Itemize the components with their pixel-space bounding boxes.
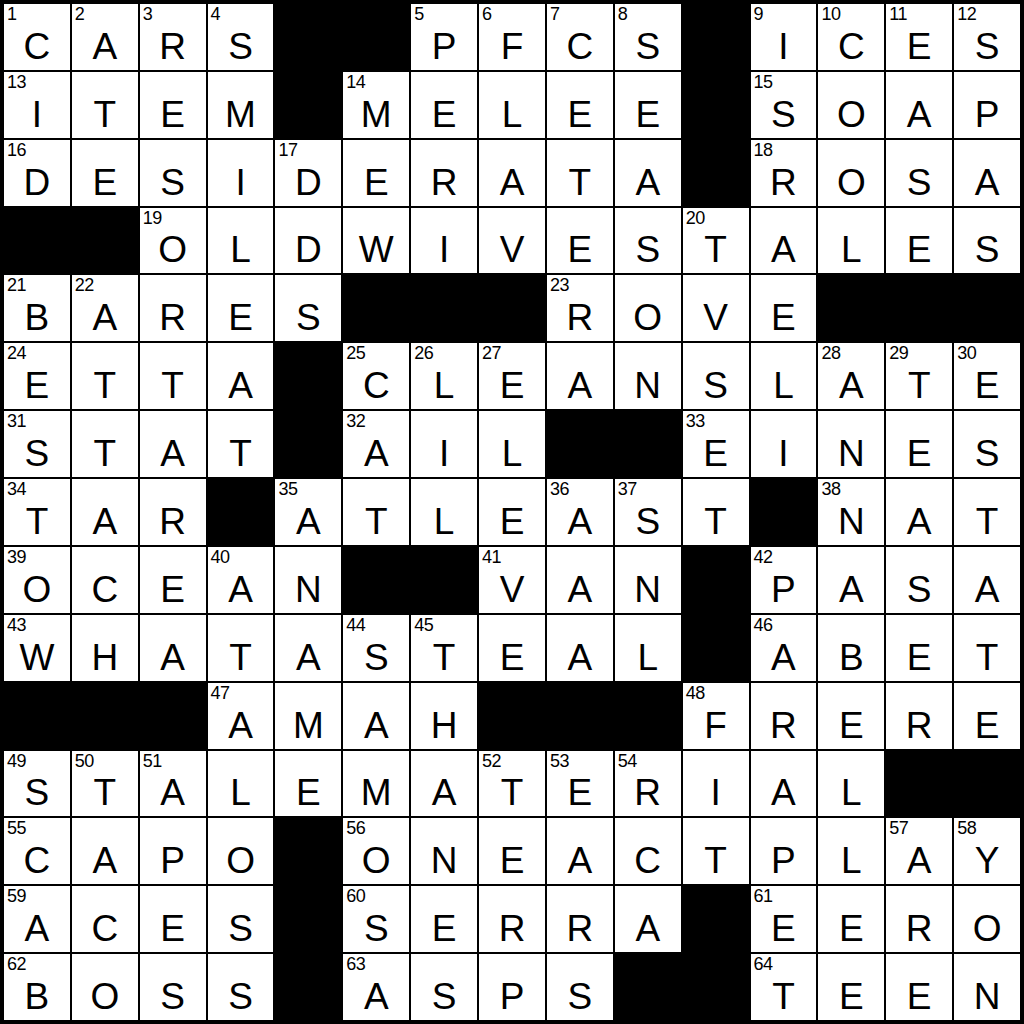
cell-r9c3[interactable]: E	[140, 547, 206, 613]
cell-r11c4[interactable]: 47A	[208, 683, 274, 749]
cell-letter: E	[140, 910, 206, 947]
clue-number: 18	[754, 141, 773, 161]
cell-r11c11[interactable]: 48F	[683, 683, 749, 749]
cell-letter: A	[886, 842, 952, 879]
cell-r8c9[interactable]: 36A	[547, 479, 613, 545]
cell-r9c4[interactable]: 40A	[208, 547, 274, 613]
clue-number: 47	[211, 684, 230, 704]
clue-number: 23	[550, 276, 569, 296]
cell-r15c3[interactable]: S	[140, 954, 206, 1020]
cell-r9c2[interactable]: C	[72, 547, 138, 613]
cell-letter: C	[72, 910, 138, 947]
cell-r6c3[interactable]: T	[140, 343, 206, 409]
black-square	[479, 683, 545, 749]
cell-r10c15[interactable]: T	[954, 615, 1020, 681]
cell-letter: I	[751, 28, 817, 65]
cell-r8c3[interactable]: R	[140, 479, 206, 545]
cell-r4c8[interactable]: V	[479, 208, 545, 274]
cell-r15c1[interactable]: 62B	[4, 954, 70, 1020]
cell-r14c2[interactable]: C	[72, 886, 138, 952]
cell-r4c12[interactable]: A	[751, 208, 817, 274]
cell-r9c5[interactable]: N	[275, 547, 341, 613]
cell-r13c2[interactable]: A	[72, 818, 138, 884]
cell-r9c10[interactable]: N	[615, 547, 681, 613]
cell-letter: T	[954, 503, 1020, 540]
cell-letter: A	[343, 435, 409, 472]
cell-r2c9[interactable]: E	[547, 72, 613, 138]
cell-letter: A	[208, 571, 274, 608]
cell-letter: E	[751, 299, 817, 336]
cell-letter: V	[683, 299, 749, 336]
cell-r11c15[interactable]: E	[954, 683, 1020, 749]
cell-letter: L	[818, 842, 884, 879]
cell-r12c12[interactable]: A	[751, 751, 817, 817]
cell-r14c1[interactable]: 59A	[4, 886, 70, 952]
cell-r13c15[interactable]: 58Y	[954, 818, 1020, 884]
cell-r15c15[interactable]: N	[954, 954, 1020, 1020]
cell-r14c14[interactable]: R	[886, 886, 952, 952]
clue-number: 52	[482, 752, 501, 772]
cell-r6c9[interactable]: A	[547, 343, 613, 409]
cell-letter: V	[479, 571, 545, 608]
cell-r7c7[interactable]: I	[411, 411, 477, 477]
cell-letter: E	[818, 910, 884, 947]
cell-letter: E	[275, 774, 341, 811]
cell-letter: W	[4, 639, 70, 676]
clue-number: 59	[7, 887, 26, 907]
cell-r8c6[interactable]: T	[343, 479, 409, 545]
black-square	[954, 751, 1020, 817]
cell-r12c2[interactable]: 50T	[72, 751, 138, 817]
cell-r6c14[interactable]: 29T	[886, 343, 952, 409]
clue-number: 41	[482, 548, 501, 568]
clue-number: 64	[754, 955, 773, 975]
cell-letter: P	[140, 842, 206, 879]
cell-letter: S	[411, 978, 477, 1015]
clue-number: 48	[686, 684, 705, 704]
cell-r9c1[interactable]: 39O	[4, 547, 70, 613]
cell-r3c4[interactable]: I	[208, 140, 274, 206]
cell-letter: L	[615, 639, 681, 676]
cell-r10c4[interactable]: T	[208, 615, 274, 681]
cell-letter: R	[547, 910, 613, 947]
cell-r7c13[interactable]: N	[818, 411, 884, 477]
cell-r6c6[interactable]: 25C	[343, 343, 409, 409]
cell-letter: R	[886, 707, 952, 744]
cell-r12c11[interactable]: I	[683, 751, 749, 817]
cell-r3c13[interactable]: O	[818, 140, 884, 206]
cell-r1c1[interactable]: 1C	[4, 4, 70, 70]
clue-number: 32	[346, 412, 365, 432]
cell-r2c7[interactable]: E	[411, 72, 477, 138]
cell-r12c3[interactable]: 51A	[140, 751, 206, 817]
cell-letter: E	[140, 571, 206, 608]
cell-r7c15[interactable]: S	[954, 411, 1020, 477]
cell-letter: H	[411, 707, 477, 744]
cell-r1c10[interactable]: 8S	[615, 4, 681, 70]
cell-letter: T	[683, 842, 749, 879]
cell-r11c7[interactable]: H	[411, 683, 477, 749]
cell-r1c3[interactable]: 3R	[140, 4, 206, 70]
cell-letter: A	[4, 910, 70, 947]
cell-r3c10[interactable]: A	[615, 140, 681, 206]
black-square	[683, 4, 749, 70]
cell-r10c1[interactable]: 43W	[4, 615, 70, 681]
cell-letter: I	[4, 96, 70, 133]
cell-r2c2[interactable]: T	[72, 72, 138, 138]
clue-number: 16	[7, 141, 26, 161]
cell-r13c11[interactable]: T	[683, 818, 749, 884]
cell-r5c3[interactable]: R	[140, 275, 206, 341]
cell-r12c7[interactable]: A	[411, 751, 477, 817]
cell-r5c1[interactable]: 21B	[4, 275, 70, 341]
cell-r4c6[interactable]: W	[343, 208, 409, 274]
cell-letter: E	[886, 639, 952, 676]
cell-r8c15[interactable]: T	[954, 479, 1020, 545]
cell-letter: R	[751, 164, 817, 201]
cell-r2c3[interactable]: E	[140, 72, 206, 138]
cell-letter: C	[343, 367, 409, 404]
cell-r1c14[interactable]: 11E	[886, 4, 952, 70]
cell-r6c2[interactable]: T	[72, 343, 138, 409]
black-square	[275, 4, 341, 70]
cell-r13c4[interactable]: O	[208, 818, 274, 884]
cell-r14c3[interactable]: E	[140, 886, 206, 952]
cell-r3c15[interactable]: A	[954, 140, 1020, 206]
cell-r1c15[interactable]: 12S	[954, 4, 1020, 70]
cell-letter: E	[479, 639, 545, 676]
cell-letter: T	[343, 503, 409, 540]
clue-number: 38	[821, 480, 840, 500]
cell-r15c2[interactable]: O	[72, 954, 138, 1020]
clue-number: 19	[143, 209, 162, 229]
cell-letter: E	[751, 910, 817, 947]
cell-letter: S	[4, 435, 70, 472]
cell-r1c12[interactable]: 9I	[751, 4, 817, 70]
cell-r14c10[interactable]: A	[615, 886, 681, 952]
cell-letter: A	[208, 707, 274, 744]
cell-r15c12[interactable]: 64T	[751, 954, 817, 1020]
cell-r1c8[interactable]: 6F	[479, 4, 545, 70]
cell-r7c3[interactable]: A	[140, 411, 206, 477]
cell-r8c1[interactable]: 34T	[4, 479, 70, 545]
cell-r8c8[interactable]: E	[479, 479, 545, 545]
cell-letter: L	[818, 774, 884, 811]
cell-r12c4[interactable]: L	[208, 751, 274, 817]
clue-number: 39	[7, 548, 26, 568]
cell-r1c13[interactable]: 10C	[818, 4, 884, 70]
cell-r2c1[interactable]: 13I	[4, 72, 70, 138]
cell-letter: C	[4, 842, 70, 879]
cell-letter: E	[818, 978, 884, 1015]
cell-r5c9[interactable]: 23R	[547, 275, 613, 341]
cell-r7c1[interactable]: 31S	[4, 411, 70, 477]
cell-r10c3[interactable]: A	[140, 615, 206, 681]
cell-r8c7[interactable]: L	[411, 479, 477, 545]
black-square	[547, 683, 613, 749]
cell-r12c8[interactable]: 52T	[479, 751, 545, 817]
cell-r7c6[interactable]: 32A	[343, 411, 409, 477]
cell-letter: A	[547, 571, 613, 608]
cell-r4c10[interactable]: S	[615, 208, 681, 274]
cell-r9c9[interactable]: A	[547, 547, 613, 613]
cell-r15c4[interactable]: S	[208, 954, 274, 1020]
cell-r10c7[interactable]: 45T	[411, 615, 477, 681]
cell-r5c2[interactable]: 22A	[72, 275, 138, 341]
cell-letter: E	[411, 910, 477, 947]
cell-r12c6[interactable]: M	[343, 751, 409, 817]
cell-letter: A	[751, 774, 817, 811]
cell-r4c7[interactable]: I	[411, 208, 477, 274]
cell-r3c6[interactable]: E	[343, 140, 409, 206]
cell-letter: A	[615, 910, 681, 947]
clue-number: 8	[618, 5, 628, 25]
cell-letter: A	[343, 707, 409, 744]
cell-r5c11[interactable]: V	[683, 275, 749, 341]
black-square	[683, 954, 749, 1020]
cell-r5c4[interactable]: E	[208, 275, 274, 341]
black-square	[547, 411, 613, 477]
cell-letter: A	[72, 28, 138, 65]
cell-letter: L	[208, 231, 274, 268]
clue-number: 29	[889, 344, 908, 364]
cell-r12c10[interactable]: 54R	[615, 751, 681, 817]
cell-r13c14[interactable]: 57A	[886, 818, 952, 884]
cell-letter: S	[615, 231, 681, 268]
cell-r15c7[interactable]: S	[411, 954, 477, 1020]
black-square	[411, 275, 477, 341]
black-square	[72, 208, 138, 274]
cell-letter: I	[411, 435, 477, 472]
cell-r11c5[interactable]: M	[275, 683, 341, 749]
cell-r4c9[interactable]: E	[547, 208, 613, 274]
cell-r5c12[interactable]: E	[751, 275, 817, 341]
cell-letter: S	[140, 164, 206, 201]
cell-r6c13[interactable]: 28A	[818, 343, 884, 409]
cell-r6c7[interactable]: 26L	[411, 343, 477, 409]
cell-letter: C	[72, 571, 138, 608]
cell-r15c13[interactable]: E	[818, 954, 884, 1020]
cell-letter: A	[751, 639, 817, 676]
cell-r7c12[interactable]: I	[751, 411, 817, 477]
cell-r8c11[interactable]: T	[683, 479, 749, 545]
cell-r14c13[interactable]: E	[818, 886, 884, 952]
cell-r3c9[interactable]: T	[547, 140, 613, 206]
clue-number: 49	[7, 752, 26, 772]
cell-r15c14[interactable]: E	[886, 954, 952, 1020]
cell-r4c13[interactable]: L	[818, 208, 884, 274]
cell-r10c14[interactable]: E	[886, 615, 952, 681]
cell-r2c14[interactable]: A	[886, 72, 952, 138]
cell-r14c6[interactable]: 60S	[343, 886, 409, 952]
cell-r1c2[interactable]: 2A	[72, 4, 138, 70]
cell-letter: A	[72, 299, 138, 336]
cell-r6c8[interactable]: 27E	[479, 343, 545, 409]
cell-r13c10[interactable]: C	[615, 818, 681, 884]
cell-letter: P	[751, 842, 817, 879]
cell-letter: T	[72, 367, 138, 404]
cell-r11c14[interactable]: R	[886, 683, 952, 749]
cell-r4c3[interactable]: 19O	[140, 208, 206, 274]
cell-letter: N	[275, 571, 341, 608]
cell-r6c15[interactable]: 30E	[954, 343, 1020, 409]
cell-letter: O	[72, 978, 138, 1015]
cell-r7c14[interactable]: E	[886, 411, 952, 477]
cell-r14c15[interactable]: O	[954, 886, 1020, 952]
cell-r1c9[interactable]: 7C	[547, 4, 613, 70]
black-square	[275, 818, 341, 884]
cell-r3c12[interactable]: 18R	[751, 140, 817, 206]
clue-number: 9	[754, 5, 764, 25]
cell-r13c3[interactable]: P	[140, 818, 206, 884]
cell-r3c8[interactable]: A	[479, 140, 545, 206]
cell-r12c5[interactable]: E	[275, 751, 341, 817]
cell-r13c13[interactable]: L	[818, 818, 884, 884]
cell-r15c9[interactable]: S	[547, 954, 613, 1020]
cell-r8c13[interactable]: 38N	[818, 479, 884, 545]
cell-r12c9[interactable]: 53E	[547, 751, 613, 817]
cell-r6c10[interactable]: N	[615, 343, 681, 409]
cell-letter: N	[954, 978, 1020, 1015]
cell-letter: A	[275, 503, 341, 540]
black-square	[683, 547, 749, 613]
cell-r2c8[interactable]: L	[479, 72, 545, 138]
cell-r14c4[interactable]: S	[208, 886, 274, 952]
clue-number: 31	[7, 412, 26, 432]
cell-r2c13[interactable]: O	[818, 72, 884, 138]
cell-r7c8[interactable]: L	[479, 411, 545, 477]
black-square	[954, 275, 1020, 341]
clue-number: 3	[143, 5, 153, 25]
cell-r9c14[interactable]: S	[886, 547, 952, 613]
cell-r6c12[interactable]: L	[751, 343, 817, 409]
cell-r15c6[interactable]: 63A	[343, 954, 409, 1020]
cell-r11c6[interactable]: A	[343, 683, 409, 749]
black-square	[343, 4, 409, 70]
cell-r10c6[interactable]: 44S	[343, 615, 409, 681]
cell-letter: C	[4, 28, 70, 65]
cell-r9c15[interactable]: A	[954, 547, 1020, 613]
cell-r13c9[interactable]: A	[547, 818, 613, 884]
cell-r9c12[interactable]: 42P	[751, 547, 817, 613]
cell-r11c12[interactable]: R	[751, 683, 817, 749]
cell-r13c8[interactable]: E	[479, 818, 545, 884]
cell-r3c2[interactable]: E	[72, 140, 138, 206]
cell-r12c1[interactable]: 49S	[4, 751, 70, 817]
cell-r8c14[interactable]: A	[886, 479, 952, 545]
cell-r14c9[interactable]: R	[547, 886, 613, 952]
cell-r10c9[interactable]: A	[547, 615, 613, 681]
cell-r12c13[interactable]: L	[818, 751, 884, 817]
black-square	[615, 411, 681, 477]
cell-letter: S	[547, 978, 613, 1015]
cell-letter: S	[208, 28, 274, 65]
cell-r9c13[interactable]: A	[818, 547, 884, 613]
cell-r3c7[interactable]: R	[411, 140, 477, 206]
cell-r10c12[interactable]: 46A	[751, 615, 817, 681]
cell-r3c14[interactable]: S	[886, 140, 952, 206]
cell-r8c5[interactable]: 35A	[275, 479, 341, 545]
cell-r10c10[interactable]: L	[615, 615, 681, 681]
black-square	[275, 886, 341, 952]
cell-r2c15[interactable]: P	[954, 72, 1020, 138]
cell-r4c15[interactable]: S	[954, 208, 1020, 274]
cell-r6c1[interactable]: 24E	[4, 343, 70, 409]
cell-letter: A	[208, 367, 274, 404]
cell-r2c6[interactable]: 14M	[343, 72, 409, 138]
cell-letter: S	[615, 503, 681, 540]
cell-letter: R	[547, 299, 613, 336]
cell-r3c3[interactable]: S	[140, 140, 206, 206]
cell-letter: B	[4, 299, 70, 336]
cell-r5c10[interactable]: O	[615, 275, 681, 341]
cell-r14c12[interactable]: 61E	[751, 886, 817, 952]
clue-number: 51	[143, 752, 162, 772]
cell-r4c11[interactable]: 20T	[683, 208, 749, 274]
cell-letter: A	[886, 96, 952, 133]
cell-r10c8[interactable]: E	[479, 615, 545, 681]
cell-letter: E	[886, 435, 952, 472]
clue-number: 20	[686, 209, 705, 229]
cell-r10c2[interactable]: H	[72, 615, 138, 681]
cell-r7c4[interactable]: T	[208, 411, 274, 477]
cell-r3c5[interactable]: 17D	[275, 140, 341, 206]
cell-r1c4[interactable]: 4S	[208, 4, 274, 70]
cell-letter: C	[547, 28, 613, 65]
cell-letter: I	[751, 435, 817, 472]
cell-letter: A	[72, 842, 138, 879]
cell-r5c5[interactable]: S	[275, 275, 341, 341]
clue-number: 40	[211, 548, 230, 568]
cell-r4c14[interactable]: E	[886, 208, 952, 274]
cell-r13c12[interactable]: P	[751, 818, 817, 884]
cell-letter: R	[615, 774, 681, 811]
cell-letter: E	[479, 503, 545, 540]
cell-r4c5[interactable]: D	[275, 208, 341, 274]
cell-r13c7[interactable]: N	[411, 818, 477, 884]
cell-r4c4[interactable]: L	[208, 208, 274, 274]
cell-letter: S	[140, 978, 206, 1015]
cell-r2c4[interactable]: M	[208, 72, 274, 138]
cell-r8c10[interactable]: 37S	[615, 479, 681, 545]
clue-number: 17	[278, 141, 297, 161]
cell-r2c10[interactable]: E	[615, 72, 681, 138]
cell-r13c1[interactable]: 55C	[4, 818, 70, 884]
cell-r6c4[interactable]: A	[208, 343, 274, 409]
cell-r7c2[interactable]: T	[72, 411, 138, 477]
cell-r2c12[interactable]: 15S	[751, 72, 817, 138]
clue-number: 56	[346, 819, 365, 839]
cell-r14c7[interactable]: E	[411, 886, 477, 952]
cell-r9c8[interactable]: 41V	[479, 547, 545, 613]
cell-r10c5[interactable]: A	[275, 615, 341, 681]
cell-r10c13[interactable]: B	[818, 615, 884, 681]
cell-r8c2[interactable]: A	[72, 479, 138, 545]
cell-r1c7[interactable]: 5P	[411, 4, 477, 70]
cell-r7c11[interactable]: 33E	[683, 411, 749, 477]
black-square	[208, 479, 274, 545]
cell-r13c6[interactable]: 56O	[343, 818, 409, 884]
cell-letter: L	[818, 231, 884, 268]
cell-r6c11[interactable]: S	[683, 343, 749, 409]
cell-r15c8[interactable]: P	[479, 954, 545, 1020]
clue-number: 61	[754, 887, 773, 907]
cell-r11c13[interactable]: E	[818, 683, 884, 749]
cell-r14c8[interactable]: R	[479, 886, 545, 952]
black-square	[615, 683, 681, 749]
cell-r3c1[interactable]: 16D	[4, 140, 70, 206]
cell-letter: E	[208, 299, 274, 336]
